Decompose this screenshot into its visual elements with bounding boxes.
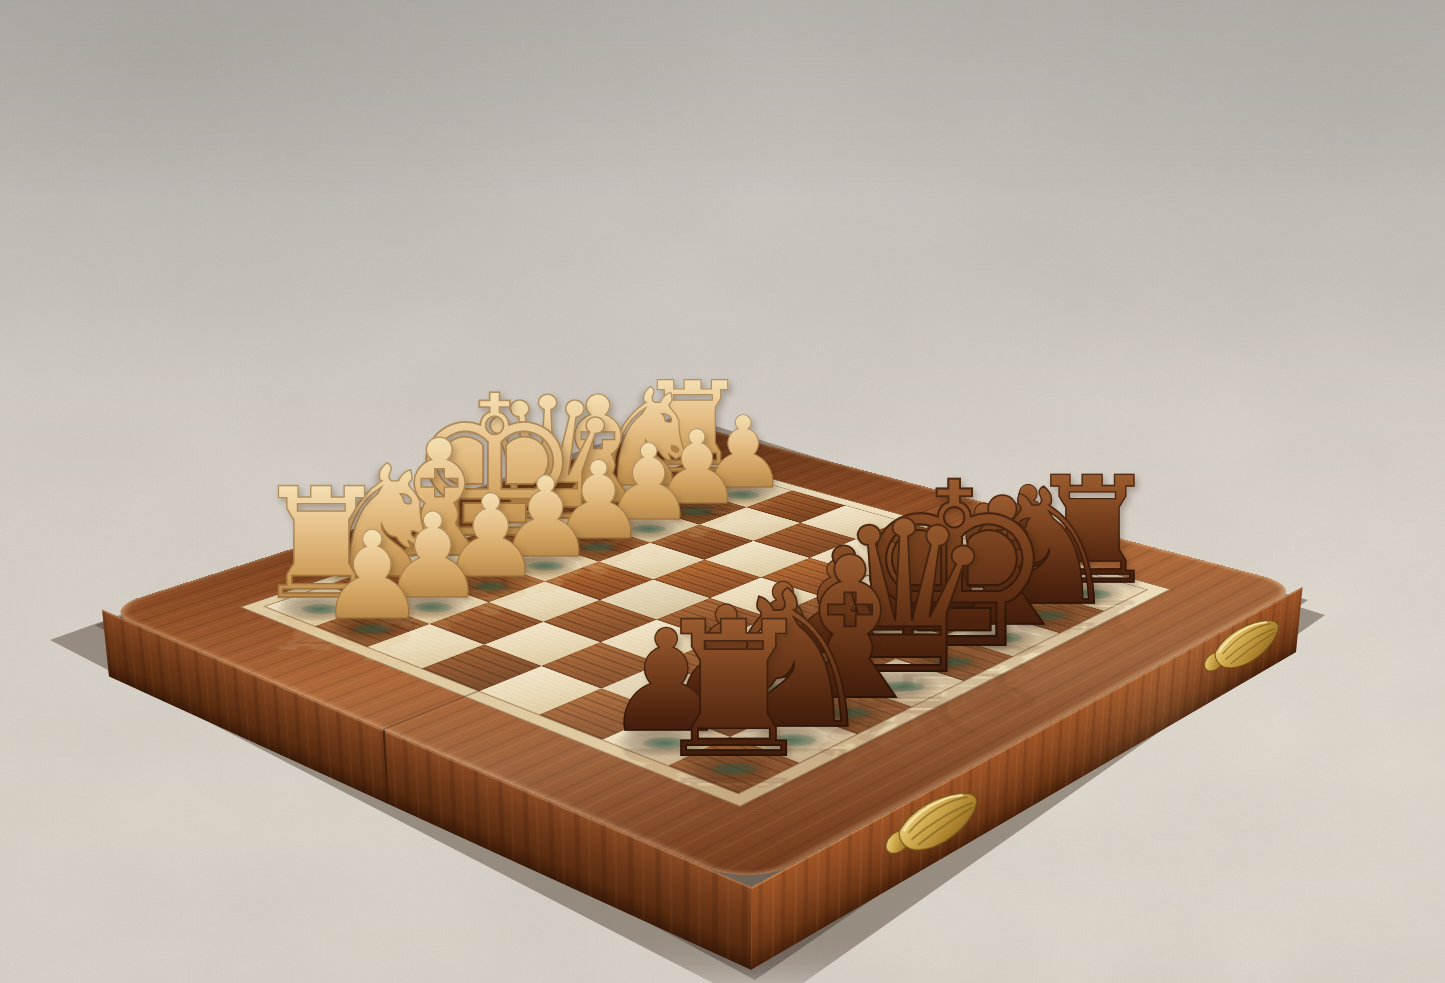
photo-stage: ♜♜♞♞♝♝♚♚♛♛♝♝♞♞♜♜♟♟♟♟♟♟♟♟♟♟♟♟♟♟♟♟♟♟♟♟♟♟♟♟… xyxy=(0,0,1445,983)
fold-seam-side xyxy=(383,729,389,804)
